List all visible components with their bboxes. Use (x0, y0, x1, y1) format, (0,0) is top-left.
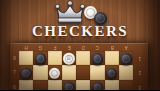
black-man-piece[interactable] (20, 67, 32, 79)
file-label: A (121, 45, 132, 50)
file-label: D (78, 45, 89, 50)
board-square-f7[interactable] (48, 65, 62, 79)
board-square-f6[interactable] (48, 80, 62, 91)
rank-label: 6 (11, 81, 18, 90)
board-square-h6[interactable] (19, 80, 33, 91)
board-square-b8[interactable] (105, 51, 119, 65)
king-crown-icon: ♕ (64, 54, 74, 64)
rank-labels-left: 876 (10, 51, 19, 90)
rank-label: 8 (11, 52, 18, 63)
crown-logo-icon (52, 0, 88, 24)
black-man-piece[interactable] (63, 82, 75, 90)
board-square-h8[interactable] (19, 51, 33, 65)
board-square-g7[interactable] (33, 65, 47, 79)
board-square-e8[interactable]: ♕ (62, 51, 76, 65)
file-label: B (106, 45, 117, 50)
board-square-a7[interactable] (119, 65, 133, 79)
board-square-d8[interactable] (76, 51, 90, 65)
file-label: E (64, 45, 75, 50)
white-king-piece[interactable]: ♕ (63, 53, 75, 65)
board-square-e6[interactable] (62, 80, 76, 91)
black-man-piece[interactable] (35, 53, 47, 65)
file-label: H (21, 45, 32, 50)
board-square-a8[interactable] (119, 51, 133, 65)
rank-label: 3 (134, 81, 145, 90)
board-square-c8[interactable] (90, 51, 104, 65)
board-square-d7[interactable] (76, 65, 90, 79)
file-label: C (92, 45, 103, 50)
rank-labels-right: 123 (133, 51, 147, 90)
board-square-b6[interactable] (105, 80, 119, 91)
board-square-c7[interactable] (90, 65, 104, 79)
board-square-h7[interactable] (19, 65, 33, 79)
board-square-c6[interactable] (90, 80, 104, 91)
checkers-title-screen: CHECKERS HGFEDCBA 876 123 ♕ (0, 0, 160, 90)
board-square-d6[interactable] (76, 80, 90, 91)
rank-label: 2 (134, 67, 145, 78)
rank-label: 1 (134, 52, 145, 63)
file-label: G (35, 45, 46, 50)
rank-label: 7 (11, 67, 18, 78)
board-square-a6[interactable] (119, 80, 133, 91)
game-title: CHECKERS (0, 23, 160, 39)
black-man-piece[interactable] (92, 53, 104, 65)
file-label: F (49, 45, 60, 50)
board-square-g8[interactable] (33, 51, 47, 65)
checkers-board: ♕ (19, 51, 133, 90)
board-square-b7[interactable] (105, 65, 119, 79)
board-square-e7[interactable] (62, 65, 76, 79)
black-checker-decoration (94, 12, 107, 25)
black-man-piece[interactable] (120, 53, 132, 65)
board-square-f8[interactable] (48, 51, 62, 65)
board-square-g6[interactable] (33, 80, 47, 91)
white-man-piece[interactable] (49, 67, 61, 79)
file-labels-top: HGFEDCBA (19, 44, 133, 51)
black-man-piece[interactable] (92, 82, 104, 90)
black-man-piece[interactable] (106, 67, 118, 79)
